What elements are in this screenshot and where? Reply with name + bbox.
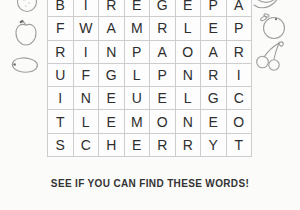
grid-cell-r5c6: L — [176, 87, 201, 109]
grid-cell-r2c2: W — [74, 17, 99, 39]
word-search-grid: BIREGEPAFWAMRLEPRINPAOARUFGLPNRIINEUELGC… — [47, 0, 252, 157]
grid-cell-r4c2: F — [74, 64, 99, 86]
grid-cell-r6c3: E — [99, 110, 124, 132]
grid-cell-r1c3: R — [99, 0, 124, 16]
grid-cell-r4c8: I — [227, 64, 252, 86]
grid-cell-r2c7: E — [201, 17, 226, 39]
grid-cell-r6c1: T — [48, 110, 73, 132]
grid-cell-r7c1: S — [48, 134, 73, 156]
grid-cell-r4c5: P — [150, 64, 175, 86]
grid-cell-r1c6: E — [176, 0, 201, 16]
grid-cell-r3c4: P — [125, 41, 150, 63]
cherries-icon — [254, 40, 286, 74]
grid-cell-r3c7: A — [201, 41, 226, 63]
grid-cell-r5c1: I — [48, 87, 73, 109]
grid-cell-r6c6: N — [176, 110, 201, 132]
grid-cell-r2c1: F — [48, 17, 73, 39]
grid-cell-r1c8: A — [227, 0, 252, 16]
grid-cell-r2c4: M — [125, 17, 150, 39]
grid-cell-r5c5: E — [150, 87, 175, 109]
grid-cell-r6c8: O — [227, 110, 252, 132]
grid-cell-r6c2: L — [74, 110, 99, 132]
grid-cell-r3c1: R — [48, 41, 73, 63]
grid-cell-r3c5: A — [150, 41, 175, 63]
orange-with-leaves-icon — [257, 11, 289, 41]
grid-cell-r7c4: E — [125, 134, 150, 156]
grid-cell-r3c2: I — [74, 41, 99, 63]
grid-cell-r7c5: R — [150, 134, 175, 156]
caption: SEE IF YOU CAN FIND THESE WORDS! — [0, 178, 300, 189]
grid-cell-r3c6: O — [176, 41, 201, 63]
grid-cell-r2c8: P — [227, 17, 252, 39]
grid-cell-r1c4: E — [125, 0, 150, 16]
grid-cell-r7c7: Y — [201, 134, 226, 156]
grid-cell-r5c7: G — [201, 87, 226, 109]
grid-cell-r7c2: C — [74, 134, 99, 156]
grid-cell-r1c1: B — [48, 0, 73, 16]
grid-cell-r5c4: U — [125, 87, 150, 109]
grid-cell-r4c7: R — [201, 64, 226, 86]
grid-cell-r6c5: O — [150, 110, 175, 132]
grid-cell-r4c6: N — [176, 64, 201, 86]
grid-cell-r4c3: G — [99, 64, 124, 86]
grid-cell-r7c8: T — [227, 134, 252, 156]
grid-cell-r5c3: E — [99, 87, 124, 109]
grid-cell-r5c8: C — [227, 87, 252, 109]
grid-cell-r7c3: H — [99, 134, 124, 156]
grid-cell-r1c2: I — [74, 0, 99, 16]
grid-cell-r6c7: E — [201, 110, 226, 132]
grid-cell-r2c3: A — [99, 17, 124, 39]
apple-icon — [13, 19, 39, 47]
grid-cell-r4c1: U — [48, 64, 73, 86]
grid-cell-r7c6: R — [176, 134, 201, 156]
orange-icon — [15, 0, 39, 14]
grid-cell-r2c5: R — [150, 17, 175, 39]
grid-cell-r1c5: G — [150, 0, 175, 16]
leaf-icon — [253, 0, 281, 10]
lemon-icon — [10, 52, 40, 79]
grid-cell-r3c3: N — [99, 41, 124, 63]
grid-cell-r1c7: P — [201, 0, 226, 16]
word-search-page: BIREGEPAFWAMRLEPRINPAOARUFGLPNRIINEUELGC… — [0, 0, 300, 210]
grid-cell-r3c8: R — [227, 41, 252, 63]
grid-cell-r5c2: N — [74, 87, 99, 109]
grid-cell-r6c4: M — [125, 110, 150, 132]
grid-cell-r4c4: L — [125, 64, 150, 86]
grid-cell-r2c6: L — [176, 17, 201, 39]
